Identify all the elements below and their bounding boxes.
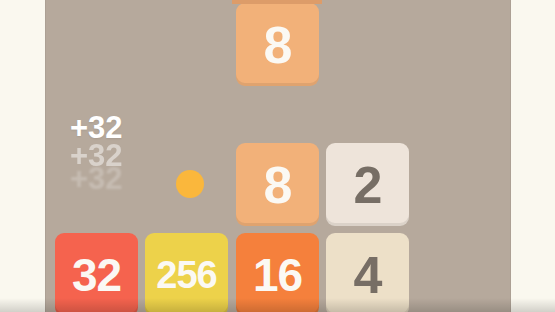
tile-16: 16 <box>236 233 319 312</box>
tile-32: 32 <box>55 233 138 312</box>
falling-tile-motion-blur <box>232 0 322 4</box>
falling-tile-8: 8 <box>236 3 319 86</box>
gold-dot-particle <box>176 170 204 198</box>
tile-4: 4 <box>326 233 409 312</box>
score-popup-ghost: +32 <box>70 163 123 195</box>
page-background: { "game": "2048 drop-merge puzzle (5-col… <box>0 0 555 312</box>
game-board[interactable]: 8 8 2 32 256 16 4 +32 +32 +32 <box>45 0 511 312</box>
tile-256: 256 <box>145 233 228 312</box>
tile-2: 2 <box>326 143 409 226</box>
tile-8: 8 <box>236 143 319 226</box>
